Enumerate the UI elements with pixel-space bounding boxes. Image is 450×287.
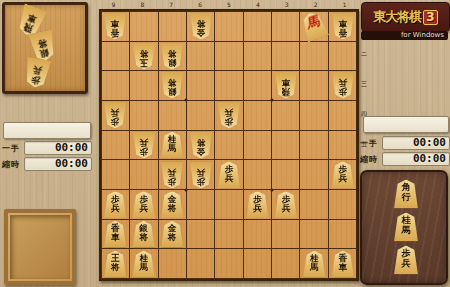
left-timer-move-label: 一手 [2,143,24,154]
file-label-8: 8 [128,2,157,8]
right-timer-total-value: 00:00 [382,152,450,166]
board-star-point [270,188,273,191]
left-timer-move-value: 00:00 [24,141,92,155]
left-timer-panel: 一手 00:00 縮時 00:00 [2,141,92,173]
right-timer-total-row: 縮時 00:00 [360,152,450,166]
app-logo: 東大将棋 3 [361,2,450,32]
left-timer-move-row: 一手 00:00 [2,141,92,155]
shogi-piece-桂馬[interactable]: 桂馬 [393,213,419,242]
file-label-7: 7 [157,2,186,8]
file-label-4: 4 [243,2,272,8]
file-label-2: 2 [301,2,330,8]
app-logo-subtitle: for Windows [361,31,448,40]
piece-box[interactable] [4,209,76,285]
shogi-piece-歩兵[interactable]: 歩兵 [22,56,53,89]
app-logo-title: 東大将棋 [373,8,421,26]
file-label-5: 5 [215,2,244,8]
right-timer-panel: 一手 00:00 縮時 00:00 [360,136,450,168]
rank-label-2: 二 [360,39,368,69]
right-timer-move-value: 00:00 [382,136,450,150]
left-timer-total-label: 縮時 [2,159,24,170]
file-coordinates: 987654321 [99,2,359,8]
file-label-9: 9 [99,2,128,8]
right-timer-move-row: 一手 00:00 [360,136,450,150]
sente-captured-tray[interactable]: 角行桂馬歩兵 [360,170,448,285]
right-timer-move-label: 一手 [360,138,382,149]
left-player-name-plate [3,122,91,139]
file-label-1: 1 [330,2,359,8]
app-logo-version: 3 [423,10,437,25]
board-star-point [185,99,188,102]
right-player-name-plate [363,116,449,133]
file-label-3: 3 [272,2,301,8]
board-star-point [185,188,188,191]
shogi-board-area: 987654321 一二三四五六七八九 香車金将馬香車玉将銀将銀将飛車歩兵歩兵歩… [95,2,367,286]
shogi-board[interactable]: 香車金将馬香車玉将銀将銀将飛車歩兵歩兵歩兵歩兵桂馬金将歩兵歩兵歩兵歩兵歩兵歩兵金… [99,9,359,281]
shogi-piece-角行[interactable]: 角行 [393,180,419,209]
piece-box-interior [10,215,70,279]
left-timer-total-row: 縮時 00:00 [2,157,92,171]
shogi-piece-歩兵[interactable]: 歩兵 [393,246,419,275]
file-label-6: 6 [186,2,215,8]
right-timer-total-label: 縮時 [360,154,382,165]
rank-label-3: 三 [360,69,368,99]
gote-captured-tray[interactable]: 飛車銀将歩兵 [2,2,88,94]
left-timer-total-value: 00:00 [24,157,92,171]
board-star-point [270,99,273,102]
